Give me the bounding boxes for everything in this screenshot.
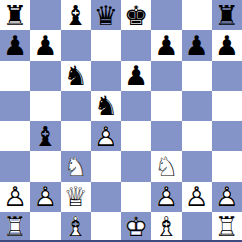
square-e7[interactable] (121, 30, 151, 60)
white-piece-outline-layer: ♖ (212, 212, 242, 242)
square-e5[interactable] (121, 91, 151, 121)
square-b3[interactable] (30, 151, 60, 181)
chess-board: ♜♝♛♚♜♟♟♟♟♟♞♟♞♝♟♙♞♘♞♘♟♙♟♙♛♕♟♙♟♙♟♙♜♖♝♗♚♔♝♗… (0, 0, 242, 242)
square-h2[interactable]: ♟♙ (212, 182, 242, 212)
square-g3[interactable] (182, 151, 212, 181)
white-knight-icon[interactable]: ♞♘ (151, 151, 181, 181)
white-piece-outline-layer: ♙ (0, 182, 30, 212)
white-pawn-icon[interactable]: ♟♙ (151, 182, 181, 212)
square-e4[interactable] (121, 121, 151, 151)
square-a2[interactable]: ♟♙ (0, 182, 30, 212)
square-b2[interactable]: ♟♙ (30, 182, 60, 212)
square-h1[interactable]: ♜♖ (212, 212, 242, 242)
square-f3[interactable]: ♞♘ (151, 151, 181, 181)
square-d5[interactable]: ♞ (91, 91, 121, 121)
white-pawn-icon[interactable]: ♟♙ (0, 182, 30, 212)
black-piece-layer: ♛ (91, 0, 121, 30)
square-g4[interactable] (182, 121, 212, 151)
square-f8[interactable] (151, 0, 181, 30)
white-king-icon[interactable]: ♚♔ (121, 212, 151, 242)
white-piece-outline-layer: ♗ (61, 212, 91, 242)
black-pawn-icon[interactable]: ♟ (212, 30, 242, 60)
square-e6[interactable]: ♟ (121, 61, 151, 91)
black-bishop-icon[interactable]: ♝ (30, 121, 60, 151)
white-piece-outline-layer: ♙ (30, 182, 60, 212)
square-e2[interactable] (121, 182, 151, 212)
square-h4[interactable] (212, 121, 242, 151)
square-g2[interactable]: ♟♙ (182, 182, 212, 212)
square-f7[interactable]: ♟ (151, 30, 181, 60)
square-d3[interactable] (91, 151, 121, 181)
black-piece-layer: ♟ (0, 30, 30, 60)
white-piece-outline-layer: ♘ (61, 151, 91, 181)
square-a5[interactable] (0, 91, 30, 121)
black-pawn-icon[interactable]: ♟ (151, 30, 181, 60)
white-piece-outline-layer: ♙ (91, 121, 121, 151)
square-h7[interactable]: ♟ (212, 30, 242, 60)
square-a1[interactable]: ♜♖ (0, 212, 30, 242)
white-piece-outline-layer: ♖ (0, 212, 30, 242)
white-piece-outline-layer: ♕ (61, 182, 91, 212)
white-bishop-icon[interactable]: ♝♗ (61, 212, 91, 242)
square-h8[interactable]: ♜ (212, 0, 242, 30)
square-c8[interactable]: ♝ (61, 0, 91, 30)
black-piece-layer: ♟ (151, 30, 181, 60)
white-knight-icon[interactable]: ♞♘ (61, 151, 91, 181)
square-d4[interactable]: ♟♙ (91, 121, 121, 151)
square-f4[interactable] (151, 121, 181, 151)
white-piece-outline-layer: ♙ (151, 182, 181, 212)
black-knight-icon[interactable]: ♞ (61, 61, 91, 91)
square-h6[interactable] (212, 61, 242, 91)
black-piece-layer: ♜ (0, 0, 30, 30)
square-f1[interactable]: ♝♗ (151, 212, 181, 242)
square-b4[interactable]: ♝ (30, 121, 60, 151)
square-b6[interactable] (30, 61, 60, 91)
square-c2[interactable]: ♛♕ (61, 182, 91, 212)
square-g8[interactable] (182, 0, 212, 30)
square-a6[interactable] (0, 61, 30, 91)
black-piece-layer: ♝ (61, 0, 91, 30)
black-piece-layer: ♟ (182, 30, 212, 60)
black-rook-icon[interactable]: ♜ (0, 0, 30, 30)
white-piece-outline-layer: ♙ (182, 182, 212, 212)
black-pawn-icon[interactable]: ♟ (182, 30, 212, 60)
square-d1[interactable] (91, 212, 121, 242)
black-piece-layer: ♚ (121, 0, 151, 30)
black-piece-layer: ♜ (212, 0, 242, 30)
square-c7[interactable] (61, 30, 91, 60)
square-b5[interactable] (30, 91, 60, 121)
square-h5[interactable] (212, 91, 242, 121)
white-queen-icon[interactable]: ♛♕ (61, 182, 91, 212)
black-piece-layer: ♟ (212, 30, 242, 60)
black-piece-layer: ♟ (121, 61, 151, 91)
square-b8[interactable] (30, 0, 60, 30)
square-c6[interactable]: ♞ (61, 61, 91, 91)
black-knight-icon[interactable]: ♞ (91, 91, 121, 121)
black-piece-layer: ♞ (61, 61, 91, 91)
square-b7[interactable]: ♟ (30, 30, 60, 60)
square-c4[interactable] (61, 121, 91, 151)
square-a7[interactable]: ♟ (0, 30, 30, 60)
white-piece-outline-layer: ♔ (121, 212, 151, 242)
black-pawn-icon[interactable]: ♟ (0, 30, 30, 60)
square-f5[interactable] (151, 91, 181, 121)
square-g1[interactable] (182, 212, 212, 242)
square-a3[interactable] (0, 151, 30, 181)
square-f2[interactable]: ♟♙ (151, 182, 181, 212)
white-pawn-icon[interactable]: ♟♙ (30, 182, 60, 212)
white-piece-outline-layer: ♗ (151, 212, 181, 242)
black-pawn-icon[interactable]: ♟ (121, 61, 151, 91)
square-d6[interactable] (91, 61, 121, 91)
white-pawn-icon[interactable]: ♟♙ (212, 182, 242, 212)
square-b1[interactable] (30, 212, 60, 242)
white-rook-icon[interactable]: ♜♖ (212, 212, 242, 242)
white-pawn-icon[interactable]: ♟♙ (182, 182, 212, 212)
black-king-icon[interactable]: ♚ (121, 0, 151, 30)
black-piece-layer: ♟ (30, 30, 60, 60)
white-bishop-icon[interactable]: ♝♗ (151, 212, 181, 242)
square-c5[interactable] (61, 91, 91, 121)
black-piece-layer: ♞ (91, 91, 121, 121)
square-c3[interactable]: ♞♘ (61, 151, 91, 181)
square-e3[interactable] (121, 151, 151, 181)
square-e8[interactable]: ♚ (121, 0, 151, 30)
square-g6[interactable] (182, 61, 212, 91)
white-pawn-icon[interactable]: ♟♙ (91, 121, 121, 151)
white-piece-outline-layer: ♘ (151, 151, 181, 181)
square-f6[interactable] (151, 61, 181, 91)
black-piece-layer: ♝ (30, 121, 60, 151)
white-rook-icon[interactable]: ♜♖ (0, 212, 30, 242)
black-rook-icon[interactable]: ♜ (212, 0, 242, 30)
square-a8[interactable]: ♜ (0, 0, 30, 30)
square-d2[interactable] (91, 182, 121, 212)
square-d7[interactable] (91, 30, 121, 60)
black-queen-icon[interactable]: ♛ (91, 0, 121, 30)
square-g7[interactable]: ♟ (182, 30, 212, 60)
black-pawn-icon[interactable]: ♟ (30, 30, 60, 60)
black-bishop-icon[interactable]: ♝ (61, 0, 91, 30)
square-e1[interactable]: ♚♔ (121, 212, 151, 242)
square-a4[interactable] (0, 121, 30, 151)
square-c1[interactable]: ♝♗ (61, 212, 91, 242)
white-piece-outline-layer: ♙ (212, 182, 242, 212)
square-h3[interactable] (212, 151, 242, 181)
square-d8[interactable]: ♛ (91, 0, 121, 30)
square-g5[interactable] (182, 91, 212, 121)
